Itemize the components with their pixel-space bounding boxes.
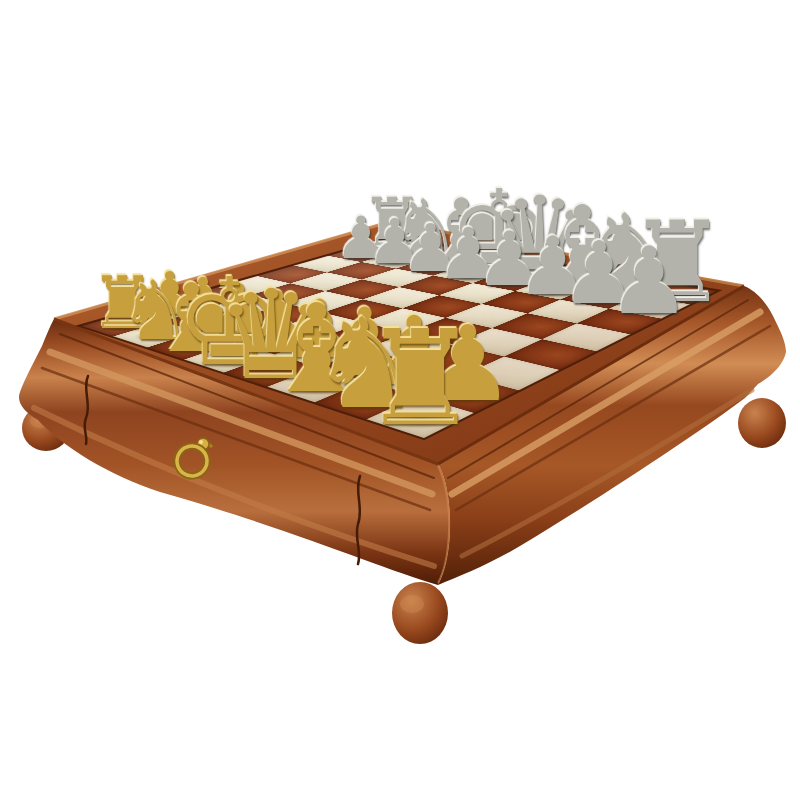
chess-set-photo: ♜♞♟♝♟♚♟♛♟♝♟♞♟♜♟♟♟♟♜♟♞♟♝♟♚♟♛♟♝♟♞♜ — [0, 0, 800, 800]
right-foot — [738, 398, 786, 448]
front-foot — [392, 582, 448, 644]
